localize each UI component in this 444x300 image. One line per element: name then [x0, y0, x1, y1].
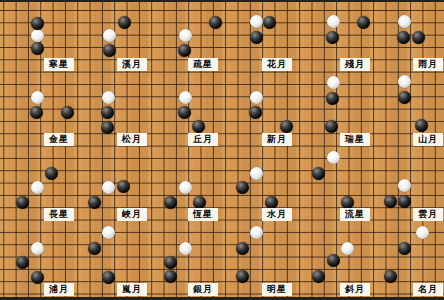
black-stone-move3-direct [325, 120, 338, 133]
black-stone-move3-direct [61, 106, 74, 119]
black-stone-move3-direct [263, 16, 276, 29]
black-stone-move3-indirect [45, 167, 58, 180]
black-stone-move1-direct [178, 44, 191, 57]
opening-name-label-10: 新月 [262, 133, 292, 146]
opening-name-label-4: 花月 [262, 58, 292, 71]
black-stone-move3-indirect [341, 196, 354, 209]
black-stone-move1-indirect [236, 242, 249, 255]
opening-name-label-6: 雨月 [413, 58, 443, 71]
opening-name-label-14: 峽月 [117, 208, 147, 221]
white-stone-move2-direct [179, 29, 192, 42]
black-stone-move1-indirect [164, 256, 177, 269]
black-stone-move1-direct [31, 42, 44, 55]
black-stone-move3-indirect [398, 195, 411, 208]
opening-name-label-18: 雲月 [413, 208, 443, 221]
black-stone-move3-direct [192, 120, 205, 133]
opening-name-label-3: 疏星 [188, 58, 218, 71]
black-stone-move1-indirect [16, 256, 29, 269]
white-stone-move2-indirect [250, 167, 263, 180]
white-stone-move2-direct [250, 91, 263, 104]
opening-name-label-1: 寒星 [44, 58, 74, 71]
opening-name-label-21: 銀月 [188, 283, 218, 296]
white-stone-move2-indirect [341, 242, 354, 255]
white-stone-move2-direct [31, 29, 44, 42]
board-top-border [0, 0, 444, 2]
opening-name-label-22: 明星 [262, 283, 292, 296]
black-stone-move3-direct [412, 31, 425, 44]
white-stone-move2-indirect [102, 226, 115, 239]
black-stone-move1-direct [397, 31, 410, 44]
black-stone-move1-indirect [16, 196, 29, 209]
black-stone-move1-direct [178, 106, 191, 119]
black-stone-move1-direct [250, 31, 263, 44]
white-stone-move2-direct [327, 15, 340, 28]
opening-name-label-8: 松月 [117, 133, 147, 146]
black-stone-move3-indirect [384, 270, 397, 283]
black-stone-move3-indirect [265, 196, 278, 209]
black-stone-move3-direct [101, 121, 114, 134]
white-stone-move2-direct [31, 91, 44, 104]
black-stone-move3-direct [209, 16, 222, 29]
opening-name-label-9: 丘月 [188, 133, 218, 146]
opening-name-label-2: 溪月 [117, 58, 147, 71]
black-stone-move1-indirect [327, 254, 340, 267]
opening-name-label-13: 長星 [44, 208, 74, 221]
black-stone-move3-indirect [102, 271, 115, 284]
black-stone-move1-indirect [384, 195, 397, 208]
white-stone-move2-indirect [416, 226, 429, 239]
white-stone-move2-indirect [179, 181, 192, 194]
black-stone-move1-direct [103, 44, 116, 57]
white-stone-move2-direct [103, 29, 116, 42]
black-stone-move3-indirect [117, 180, 130, 193]
white-stone-move2-indirect [327, 151, 340, 164]
white-stone-move2-direct [398, 75, 411, 88]
white-stone-move2-direct [250, 15, 263, 28]
white-stone-move2-direct [327, 76, 340, 89]
opening-name-label-17: 流星 [340, 208, 370, 221]
black-stone-move1-indirect [398, 242, 411, 255]
black-stone-move3-indirect [31, 271, 44, 284]
opening-name-label-15: 恆星 [188, 208, 218, 221]
black-stone-move1-direct [30, 106, 43, 119]
black-stone-move3-direct [31, 17, 44, 30]
black-stone-move3-direct [415, 119, 428, 132]
white-stone-move2-indirect [102, 181, 115, 194]
black-stone-move1-direct [101, 106, 114, 119]
black-stone-move1-direct [326, 92, 339, 105]
black-stone-move1-indirect [88, 242, 101, 255]
opening-name-label-24: 名月 [413, 283, 443, 296]
white-stone-move2-direct [102, 91, 115, 104]
black-stone-move1-indirect [164, 196, 177, 209]
black-stone-move3-indirect [193, 196, 206, 209]
black-stone-move1-indirect [88, 196, 101, 209]
opening-name-label-19: 浦月 [44, 283, 74, 296]
opening-name-label-7: 金星 [44, 133, 74, 146]
white-stone-move2-direct [398, 15, 411, 28]
black-stone-move3-direct [118, 16, 131, 29]
black-stone-move3-direct [357, 16, 370, 29]
white-stone-move2-indirect [179, 242, 192, 255]
black-stone-move1-indirect [236, 181, 249, 194]
white-stone-move2-indirect [31, 181, 44, 194]
renju-openings-board: 寒星溪月疏星花月殘月雨月金星松月丘月新月瑞星山月長星峽月恆星水月流星雲月浦月嵐月… [0, 0, 444, 300]
black-stone-move1-direct [398, 91, 411, 104]
black-stone-move3-indirect [312, 270, 325, 283]
black-stone-move1-direct [249, 106, 262, 119]
opening-name-label-16: 水月 [262, 208, 292, 221]
opening-name-label-5: 殘月 [340, 58, 370, 71]
white-stone-move2-indirect [250, 226, 263, 239]
white-stone-move2-indirect [398, 179, 411, 192]
black-stone-move3-direct [280, 120, 293, 133]
opening-name-label-23: 斜月 [340, 283, 370, 296]
white-stone-move2-direct [179, 91, 192, 104]
black-stone-move3-indirect [164, 270, 177, 283]
black-stone-move3-indirect [236, 270, 249, 283]
opening-name-label-11: 瑞星 [340, 133, 370, 146]
opening-name-label-12: 山月 [413, 133, 443, 146]
black-stone-move1-direct [326, 31, 339, 44]
opening-name-label-20: 嵐月 [117, 283, 147, 296]
black-stone-move1-indirect [312, 167, 325, 180]
white-stone-move2-indirect [31, 242, 44, 255]
